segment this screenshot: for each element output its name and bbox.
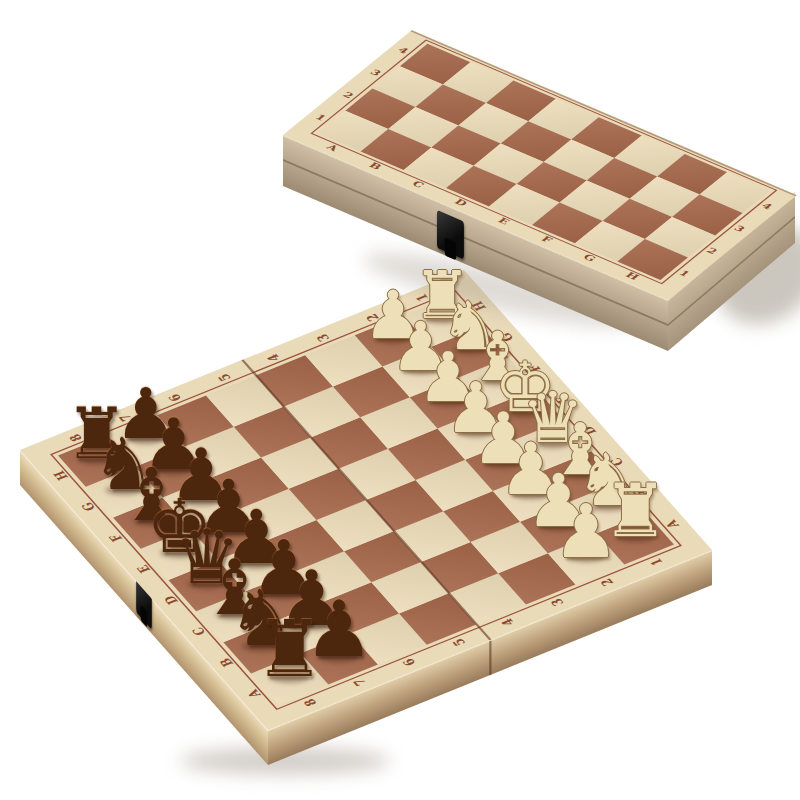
- coord-file-F: F: [539, 234, 555, 244]
- coord-file-F: F: [106, 532, 126, 544]
- board-border-line: [310, 39, 777, 284]
- open-board-surface: ABCDEFGHABCDEFGH8877665544332211: [20, 270, 712, 730]
- coord-file-A: A: [243, 688, 263, 700]
- coord-file-F: F: [524, 363, 544, 375]
- product-photo-scene: ABCDEFGHABCDEFGH8877665544332211 ABCDEFG…: [0, 0, 800, 800]
- coord-file-E: E: [133, 563, 153, 575]
- closed-box-clasp: [437, 210, 464, 260]
- open-board-side-seam: [489, 641, 491, 676]
- coord-file-A: A: [661, 518, 681, 530]
- coord-file-E: E: [496, 216, 513, 226]
- coord-file-E: E: [551, 394, 571, 406]
- coord-file-C: C: [606, 456, 626, 468]
